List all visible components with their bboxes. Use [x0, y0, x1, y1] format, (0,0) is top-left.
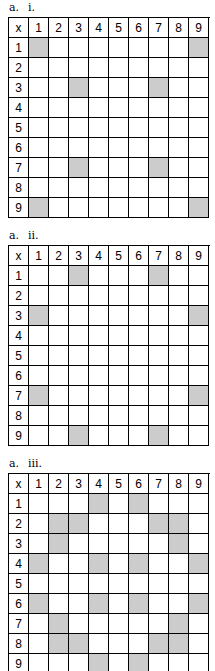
cell-r2-c3: [69, 58, 89, 78]
col-header-6: 6: [129, 474, 149, 494]
cell-r7-c3: [69, 614, 89, 634]
cell-r3-c6: [129, 534, 149, 554]
cell-r2-c4: [89, 514, 109, 534]
cell-r1-c6: [129, 38, 149, 58]
col-header-6: 6: [129, 246, 149, 266]
row-header-8: 8: [9, 634, 29, 654]
row-header-1: 1: [9, 38, 29, 58]
cell-r1-c9: [189, 266, 209, 286]
shaded-cell-r1-c1: [29, 38, 49, 58]
cell-r3-c9: [189, 534, 209, 554]
cell-r2-c4: [89, 58, 109, 78]
cell-r1-c8: [169, 266, 189, 286]
shaded-cell-r4-c6: [129, 554, 149, 574]
shaded-cell-r3-c2: [49, 534, 69, 554]
col-header-5: 5: [109, 246, 129, 266]
cell-r6-c2: [49, 138, 69, 158]
cell-r2-c3: [69, 286, 89, 306]
multiplication-grid-iii: x123456789123456789: [8, 473, 210, 671]
cell-r3-c2: [49, 306, 69, 326]
cell-r2-c1: [29, 58, 49, 78]
cell-r3-c2: [49, 78, 69, 98]
cell-r5-c7: [149, 118, 169, 138]
cell-r6-c1: [29, 138, 49, 158]
cell-r3-c5: [109, 534, 129, 554]
cell-r2-c9: [189, 286, 209, 306]
cell-r5-c4: [89, 574, 109, 594]
cell-r9-c2: [49, 654, 69, 671]
multiplication-grid-i: x123456789123456789: [8, 17, 210, 218]
cell-r1-c8: [169, 494, 189, 514]
label-sub: i.: [28, 1, 35, 14]
cell-r6-c6: [129, 138, 149, 158]
row-header-9: 9: [9, 426, 29, 446]
cell-r3-c7: [149, 534, 169, 554]
shaded-cell-r3-c1: [29, 306, 49, 326]
cell-r1-c3: [69, 38, 89, 58]
col-header-4: 4: [89, 246, 109, 266]
shaded-cell-r6-c6: [129, 594, 149, 614]
shaded-cell-r9-c4: [89, 654, 109, 671]
cell-r3-c6: [129, 78, 149, 98]
col-header-7: 7: [149, 18, 169, 38]
cell-r8-c9: [189, 634, 209, 654]
cell-r4-c9: [189, 98, 209, 118]
row-header-5: 5: [9, 574, 29, 594]
shaded-cell-r7-c1: [29, 386, 49, 406]
cell-r6-c4: [89, 366, 109, 386]
cell-r4-c6: [129, 98, 149, 118]
cell-r5-c7: [149, 574, 169, 594]
cell-r4-c3: [69, 554, 89, 574]
shaded-cell-r8-c2: [49, 634, 69, 654]
cell-r8-c7: [149, 178, 169, 198]
cell-r9-c8: [169, 654, 189, 671]
cell-r6-c3: [69, 594, 89, 614]
cell-r3-c1: [29, 534, 49, 554]
shaded-cell-r9-c3: [69, 426, 89, 446]
cell-r6-c2: [49, 366, 69, 386]
cell-r1-c7: [149, 38, 169, 58]
row-header-5: 5: [9, 118, 29, 138]
cell-r6-c2: [49, 594, 69, 614]
cell-r4-c3: [69, 98, 89, 118]
col-header-9: 9: [189, 18, 209, 38]
cell-r7-c1: [29, 614, 49, 634]
cell-r2-c6: [129, 58, 149, 78]
row-header-1: 1: [9, 494, 29, 514]
shaded-cell-r8-c3: [69, 634, 89, 654]
shaded-cell-r8-c8: [169, 634, 189, 654]
row-header-2: 2: [9, 514, 29, 534]
col-header-4: 4: [89, 474, 109, 494]
cell-r1-c3: [69, 494, 89, 514]
cell-r6-c8: [169, 366, 189, 386]
col-header-9: 9: [189, 474, 209, 494]
cell-r5-c3: [69, 574, 89, 594]
col-header-9: 9: [189, 246, 209, 266]
cell-r7-c7: [149, 386, 169, 406]
cell-r3-c4: [89, 78, 109, 98]
cell-r2-c5: [109, 58, 129, 78]
cell-r4-c8: [169, 98, 189, 118]
cell-r1-c4: [89, 266, 109, 286]
shaded-cell-r8-c7: [149, 634, 169, 654]
cell-r9-c8: [169, 426, 189, 446]
cell-r5-c9: [189, 346, 209, 366]
shaded-cell-r1-c9: [189, 38, 209, 58]
cell-r9-c2: [49, 426, 69, 446]
cell-r5-c8: [169, 118, 189, 138]
cell-r7-c5: [109, 158, 129, 178]
grid-label-i: a.i.: [9, 2, 215, 14]
row-header-3: 3: [9, 534, 29, 554]
cell-r7-c1: [29, 158, 49, 178]
shaded-cell-r6-c1: [29, 594, 49, 614]
shaded-cell-r4-c4: [89, 554, 109, 574]
cell-r8-c9: [189, 406, 209, 426]
worksheet-page: a.i. x123456789123456789 a.ii. x12345678…: [0, 0, 215, 671]
row-header-9: 9: [9, 654, 29, 671]
cell-r3-c3: [69, 306, 89, 326]
cell-r1-c1: [29, 266, 49, 286]
cell-r7-c8: [169, 386, 189, 406]
cell-r7-c8: [169, 158, 189, 178]
shaded-cell-r1-c4: [89, 494, 109, 514]
cell-r1-c1: [29, 494, 49, 514]
cell-r4-c5: [109, 326, 129, 346]
col-header-1: 1: [29, 246, 49, 266]
cell-r4-c7: [149, 554, 169, 574]
cell-r5-c3: [69, 346, 89, 366]
cell-r5-c9: [189, 118, 209, 138]
cell-r6-c8: [169, 594, 189, 614]
col-header-7: 7: [149, 474, 169, 494]
shaded-cell-r2-c7: [149, 514, 169, 534]
col-header-8: 8: [169, 18, 189, 38]
cell-r9-c5: [109, 654, 129, 671]
cell-r8-c6: [129, 406, 149, 426]
cell-r8-c1: [29, 634, 49, 654]
cell-r2-c7: [149, 58, 169, 78]
cell-r8-c5: [109, 634, 129, 654]
cell-r2-c6: [129, 286, 149, 306]
cell-r3-c6: [129, 306, 149, 326]
cell-r8-c4: [89, 634, 109, 654]
cell-r5-c4: [89, 346, 109, 366]
label-sub: ii.: [28, 229, 39, 242]
cell-r1-c2: [49, 266, 69, 286]
cell-r8-c1: [29, 406, 49, 426]
cell-r3-c7: [149, 306, 169, 326]
multiplication-grid-ii: x123456789123456789: [8, 245, 210, 446]
cell-r8-c4: [89, 406, 109, 426]
cell-r6-c1: [29, 366, 49, 386]
cell-r2-c9: [189, 514, 209, 534]
row-header-8: 8: [9, 178, 29, 198]
cell-r4-c1: [29, 326, 49, 346]
cell-r6-c3: [69, 366, 89, 386]
shaded-cell-r4-c1: [29, 554, 49, 574]
cell-r6-c7: [149, 138, 169, 158]
row-header-4: 4: [9, 98, 29, 118]
cell-r8-c3: [69, 406, 89, 426]
cell-r4-c2: [49, 554, 69, 574]
cell-r4-c3: [69, 326, 89, 346]
cell-r6-c4: [89, 138, 109, 158]
row-header-9: 9: [9, 198, 29, 218]
cell-r6-c7: [149, 594, 169, 614]
cell-r4-c8: [169, 554, 189, 574]
col-header-3: 3: [69, 474, 89, 494]
cell-r5-c2: [49, 346, 69, 366]
cell-r2-c1: [29, 514, 49, 534]
cell-r6-c8: [169, 138, 189, 158]
shaded-cell-r3-c9: [189, 306, 209, 326]
cell-r4-c1: [29, 98, 49, 118]
label-part: a.: [9, 229, 19, 242]
cell-r4-c7: [149, 326, 169, 346]
cell-r2-c6: [129, 514, 149, 534]
label-sub: iii.: [28, 457, 42, 470]
cell-r8-c4: [89, 178, 109, 198]
cell-r4-c4: [89, 98, 109, 118]
cell-r5-c9: [189, 574, 209, 594]
cell-r7-c7: [149, 614, 169, 634]
shaded-cell-r9-c7: [149, 426, 169, 446]
shaded-cell-r1-c6: [129, 494, 149, 514]
cell-r6-c9: [189, 366, 209, 386]
cell-r7-c3: [69, 386, 89, 406]
cell-r8-c8: [169, 406, 189, 426]
cell-r7-c2: [49, 386, 69, 406]
shaded-cell-r9-c1: [29, 198, 49, 218]
col-header-1: 1: [29, 474, 49, 494]
row-header-2: 2: [9, 58, 29, 78]
cell-r5-c5: [109, 118, 129, 138]
cell-r3-c5: [109, 78, 129, 98]
cell-r1-c9: [189, 494, 209, 514]
shaded-cell-r7-c9: [189, 386, 209, 406]
row-header-7: 7: [9, 614, 29, 634]
cell-r6-c9: [189, 138, 209, 158]
shaded-cell-r2-c3: [69, 514, 89, 534]
cell-r7-c4: [89, 614, 109, 634]
shaded-cell-r2-c8: [169, 514, 189, 534]
col-header-2: 2: [49, 474, 69, 494]
cell-r5-c1: [29, 118, 49, 138]
cell-r2-c5: [109, 514, 129, 534]
cell-r2-c5: [109, 286, 129, 306]
cell-r1-c5: [109, 266, 129, 286]
cell-r5-c2: [49, 118, 69, 138]
row-header-2: 2: [9, 286, 29, 306]
cell-r7-c6: [129, 158, 149, 178]
cell-r2-c2: [49, 286, 69, 306]
cell-r5-c7: [149, 346, 169, 366]
cell-r6-c3: [69, 138, 89, 158]
col-header-8: 8: [169, 474, 189, 494]
cell-r2-c1: [29, 286, 49, 306]
cell-r9-c3: [69, 654, 89, 671]
cell-r5-c3: [69, 118, 89, 138]
cell-r4-c6: [129, 326, 149, 346]
col-header-4: 4: [89, 18, 109, 38]
cell-r5-c8: [169, 574, 189, 594]
cell-r4-c4: [89, 326, 109, 346]
shaded-cell-r3-c3: [69, 78, 89, 98]
cell-r9-c1: [29, 426, 49, 446]
cell-r5-c6: [129, 574, 149, 594]
puzzle-block-i: a.i. x123456789123456789: [8, 2, 215, 218]
cell-r7-c2: [49, 158, 69, 178]
cell-r5-c1: [29, 574, 49, 594]
cell-r9-c9: [189, 426, 209, 446]
shaded-cell-r7-c3: [69, 158, 89, 178]
cell-r7-c5: [109, 386, 129, 406]
cell-r9-c8: [169, 198, 189, 218]
cell-r9-c7: [149, 198, 169, 218]
row-header-1: 1: [9, 266, 29, 286]
cell-r2-c9: [189, 58, 209, 78]
row-header-7: 7: [9, 386, 29, 406]
row-header-6: 6: [9, 138, 29, 158]
cell-r5-c8: [169, 346, 189, 366]
cell-r2-c7: [149, 286, 169, 306]
cell-r9-c6: [129, 198, 149, 218]
cell-r8-c7: [149, 406, 169, 426]
cell-r3-c8: [169, 306, 189, 326]
col-header-7: 7: [149, 246, 169, 266]
cell-r9-c5: [109, 426, 129, 446]
cell-r1-c2: [49, 38, 69, 58]
cell-r4-c2: [49, 326, 69, 346]
corner-multiply-symbol: x: [9, 474, 29, 494]
cell-r4-c7: [149, 98, 169, 118]
cell-r5-c4: [89, 118, 109, 138]
cell-r2-c8: [169, 286, 189, 306]
cell-r1-c7: [149, 494, 169, 514]
grid-label-ii: a.ii.: [9, 230, 215, 242]
cell-r7-c4: [89, 158, 109, 178]
shaded-cell-r7-c2: [49, 614, 69, 634]
cell-r3-c4: [89, 306, 109, 326]
cell-r8-c3: [69, 178, 89, 198]
col-header-1: 1: [29, 18, 49, 38]
col-header-3: 3: [69, 246, 89, 266]
cell-r5-c1: [29, 346, 49, 366]
cell-r2-c2: [49, 58, 69, 78]
shaded-cell-r2-c2: [49, 514, 69, 534]
row-header-5: 5: [9, 346, 29, 366]
cell-r6-c5: [109, 594, 129, 614]
cell-r3-c3: [69, 534, 89, 554]
cell-r9-c2: [49, 198, 69, 218]
cell-r9-c3: [69, 198, 89, 218]
cell-r8-c5: [109, 406, 129, 426]
cell-r8-c9: [189, 178, 209, 198]
label-part: a.: [9, 1, 19, 14]
cell-r6-c5: [109, 138, 129, 158]
cell-r1-c6: [129, 266, 149, 286]
cell-r9-c7: [149, 654, 169, 671]
cell-r7-c6: [129, 386, 149, 406]
col-header-5: 5: [109, 474, 129, 494]
row-header-3: 3: [9, 306, 29, 326]
cell-r9-c1: [29, 654, 49, 671]
cell-r7-c4: [89, 386, 109, 406]
shaded-cell-r3-c7: [149, 78, 169, 98]
cell-r2-c8: [169, 58, 189, 78]
cell-r7-c9: [189, 614, 209, 634]
row-header-3: 3: [9, 78, 29, 98]
cell-r1-c5: [109, 494, 129, 514]
cell-r8-c2: [49, 178, 69, 198]
puzzle-block-iii: a.iii. x123456789123456789: [8, 458, 215, 671]
corner-multiply-symbol: x: [9, 246, 29, 266]
row-header-7: 7: [9, 158, 29, 178]
cell-r7-c5: [109, 614, 129, 634]
cell-r9-c6: [129, 426, 149, 446]
cell-r1-c2: [49, 494, 69, 514]
cell-r4-c5: [109, 98, 129, 118]
shaded-cell-r4-c9: [189, 554, 209, 574]
col-header-2: 2: [49, 246, 69, 266]
cell-r4-c8: [169, 326, 189, 346]
shaded-cell-r6-c4: [89, 594, 109, 614]
cell-r3-c9: [189, 78, 209, 98]
cell-r9-c4: [89, 426, 109, 446]
label-part: a.: [9, 457, 19, 470]
cell-r8-c2: [49, 406, 69, 426]
cell-r3-c8: [169, 78, 189, 98]
cell-r6-c7: [149, 366, 169, 386]
col-header-8: 8: [169, 246, 189, 266]
cell-r2-c4: [89, 286, 109, 306]
cell-r5-c5: [109, 346, 129, 366]
shaded-cell-r1-c3: [69, 266, 89, 286]
cell-r5-c6: [129, 346, 149, 366]
cell-r9-c5: [109, 198, 129, 218]
row-header-8: 8: [9, 406, 29, 426]
cell-r4-c9: [189, 326, 209, 346]
col-header-2: 2: [49, 18, 69, 38]
shaded-cell-r7-c7: [149, 158, 169, 178]
shaded-cell-r1-c7: [149, 266, 169, 286]
cell-r1-c5: [109, 38, 129, 58]
shaded-cell-r9-c9: [189, 198, 209, 218]
row-header-6: 6: [9, 594, 29, 614]
cell-r9-c9: [189, 654, 209, 671]
cell-r6-c5: [109, 366, 129, 386]
cell-r7-c6: [129, 614, 149, 634]
cell-r3-c1: [29, 78, 49, 98]
row-header-4: 4: [9, 554, 29, 574]
corner-multiply-symbol: x: [9, 18, 29, 38]
cell-r7-c9: [189, 158, 209, 178]
cell-r5-c2: [49, 574, 69, 594]
shaded-cell-r9-c6: [129, 654, 149, 671]
cell-r8-c6: [129, 178, 149, 198]
cell-r5-c6: [129, 118, 149, 138]
cell-r8-c5: [109, 178, 129, 198]
cell-r3-c5: [109, 306, 129, 326]
row-header-6: 6: [9, 366, 29, 386]
grid-label-iii: a.iii.: [9, 458, 215, 470]
cell-r8-c1: [29, 178, 49, 198]
col-header-5: 5: [109, 18, 129, 38]
cell-r9-c4: [89, 198, 109, 218]
